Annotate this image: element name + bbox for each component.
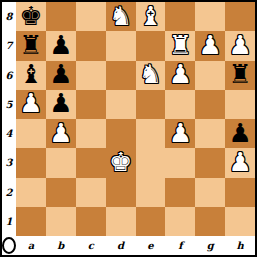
white-pawn-piece[interactable]: ♟ [19,90,42,116]
square-c5[interactable] [76,90,106,119]
white-pawn-piece[interactable]: ♟ [169,61,192,87]
file-label-d: d [106,236,136,255]
white-bishop-piece[interactable]: ♝ [139,3,162,29]
square-a8[interactable]: ♚ [16,2,46,31]
square-h6[interactable]: ♜ [225,61,255,90]
black-pawn-piece[interactable]: ♟ [49,61,72,87]
square-e1[interactable] [136,207,166,236]
rank-label-7: 7 [2,31,16,60]
square-g5[interactable] [195,90,225,119]
square-h5[interactable] [225,90,255,119]
file-label-e: e [136,236,166,255]
square-e5[interactable] [136,90,166,119]
white-pawn-piece[interactable]: ♟ [228,149,251,175]
rank-label-1: 1 [2,207,16,236]
square-c8[interactable] [76,2,106,31]
square-f5[interactable] [165,90,195,119]
square-e6[interactable]: ♞ [136,61,166,90]
square-a7[interactable]: ♜ [16,31,46,60]
square-b3[interactable] [46,148,76,177]
file-label-h: h [225,236,255,255]
chess-board: 8♚♞♝7♜♟♜♟♟6♝♟♞♟♜5♟♟4♟♟♟3♚♟21abcdefgh [2,2,255,255]
square-f7[interactable]: ♜ [165,31,195,60]
square-d2[interactable] [106,178,136,207]
rank-label-4: 4 [2,119,16,148]
rank-label-8: 8 [2,2,16,31]
rank-label-6: 6 [2,61,16,90]
square-h2[interactable] [225,178,255,207]
white-pawn-piece[interactable]: ♟ [49,120,72,146]
white-pawn-piece[interactable]: ♟ [169,120,192,146]
square-g4[interactable] [195,119,225,148]
square-e4[interactable] [136,119,166,148]
black-pawn-piece[interactable]: ♟ [49,90,72,116]
white-knight-piece[interactable]: ♞ [139,61,162,87]
square-e7[interactable] [136,31,166,60]
rank-label-3: 3 [2,148,16,177]
square-a3[interactable] [16,148,46,177]
file-label-g: g [195,236,225,255]
square-f2[interactable] [165,178,195,207]
file-label-a: a [16,236,46,255]
square-d8[interactable]: ♞ [106,2,136,31]
square-d1[interactable] [106,207,136,236]
square-b1[interactable] [46,207,76,236]
square-a2[interactable] [16,178,46,207]
square-h3[interactable]: ♟ [225,148,255,177]
square-e2[interactable] [136,178,166,207]
file-label-b: b [46,236,76,255]
square-g3[interactable] [195,148,225,177]
square-h7[interactable]: ♟ [225,31,255,60]
file-label-c: c [76,236,106,255]
square-a1[interactable] [16,207,46,236]
square-b8[interactable] [46,2,76,31]
square-b2[interactable] [46,178,76,207]
white-knight-piece[interactable]: ♞ [109,3,132,29]
square-c6[interactable] [76,61,106,90]
square-h1[interactable] [225,207,255,236]
square-b6[interactable]: ♟ [46,61,76,90]
square-b5[interactable]: ♟ [46,90,76,119]
side-to-move-indicator [2,236,16,255]
square-a5[interactable]: ♟ [16,90,46,119]
square-g8[interactable] [195,2,225,31]
square-g2[interactable] [195,178,225,207]
black-rook-piece[interactable]: ♜ [19,32,42,58]
square-e3[interactable] [136,148,166,177]
square-b7[interactable]: ♟ [46,31,76,60]
square-f1[interactable] [165,207,195,236]
square-c2[interactable] [76,178,106,207]
square-a6[interactable]: ♝ [16,61,46,90]
square-h4[interactable]: ♟ [225,119,255,148]
chess-diagram: 8♚♞♝7♜♟♜♟♟6♝♟♞♟♜5♟♟4♟♟♟3♚♟21abcdefgh [0,0,257,257]
square-g6[interactable] [195,61,225,90]
white-king-piece[interactable]: ♚ [109,149,132,175]
square-b4[interactable]: ♟ [46,119,76,148]
square-f6[interactable]: ♟ [165,61,195,90]
square-d5[interactable] [106,90,136,119]
square-d3[interactable]: ♚ [106,148,136,177]
square-g7[interactable]: ♟ [195,31,225,60]
white-pawn-piece[interactable]: ♟ [228,32,251,58]
black-bishop-piece[interactable]: ♝ [19,61,42,87]
square-d7[interactable] [106,31,136,60]
square-f4[interactable]: ♟ [165,119,195,148]
white-rook-piece[interactable]: ♜ [169,32,192,58]
black-pawn-piece[interactable]: ♟ [228,120,251,146]
square-h8[interactable] [225,2,255,31]
rank-label-5: 5 [2,90,16,119]
file-label-f: f [165,236,195,255]
black-king-piece[interactable]: ♚ [19,3,42,29]
square-d4[interactable] [106,119,136,148]
black-rook-piece[interactable]: ♜ [228,61,251,87]
square-f3[interactable] [165,148,195,177]
white-pawn-piece[interactable]: ♟ [199,32,222,58]
square-c4[interactable] [76,119,106,148]
black-pawn-piece[interactable]: ♟ [49,32,72,58]
square-c1[interactable] [76,207,106,236]
square-c7[interactable] [76,31,106,60]
square-c3[interactable] [76,148,106,177]
white-to-move-circle-icon [2,237,16,254]
square-g1[interactable] [195,207,225,236]
square-a4[interactable] [16,119,46,148]
square-d6[interactable] [106,61,136,90]
square-f8[interactable] [165,2,195,31]
square-e8[interactable]: ♝ [136,2,166,31]
rank-label-2: 2 [2,178,16,207]
